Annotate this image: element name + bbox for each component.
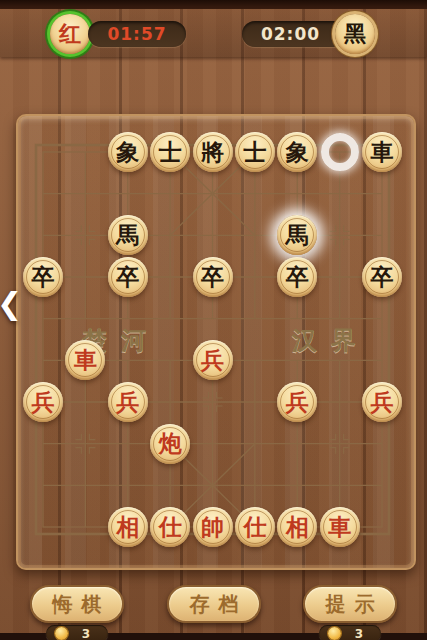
piece-glyph: 馬 — [286, 224, 309, 247]
piece-red-兵[interactable]: 兵 — [193, 340, 233, 380]
black-player-label: 黑 — [344, 19, 366, 49]
piece-red-炮[interactable]: 炮 — [150, 424, 190, 464]
action-bar: 悔棋 3 存档 提示 3 — [0, 578, 427, 638]
piece-black-將[interactable]: 將 — [193, 132, 233, 172]
piece-black-馬[interactable]: 馬 — [277, 215, 317, 255]
piece-glyph: 兵 — [32, 391, 55, 414]
hint-button-label: 提示 — [317, 591, 384, 618]
red-player-label: 红 — [59, 19, 81, 49]
collapse-arrow-icon[interactable]: ❮ — [0, 286, 22, 321]
piece-glyph: 將 — [201, 141, 224, 164]
piece-glyph: 車 — [371, 141, 394, 164]
save-button-label: 存档 — [181, 591, 248, 618]
piece-black-士[interactable]: 士 — [150, 132, 190, 172]
game-screen: 红 01:57 02:00 黑 — [0, 0, 427, 640]
piece-red-相[interactable]: 相 — [277, 507, 317, 547]
piece-glyph: 士 — [243, 141, 266, 164]
black-player-chip: 黑 — [335, 14, 375, 54]
undo-count-badge: 3 — [46, 625, 108, 640]
hint-count-badge: 3 — [319, 625, 381, 640]
piece-glyph: 相 — [286, 516, 309, 539]
piece-red-兵[interactable]: 兵 — [277, 382, 317, 422]
piece-glyph: 兵 — [286, 391, 309, 414]
piece-black-卒[interactable]: 卒 — [193, 257, 233, 297]
piece-red-車[interactable]: 車 — [65, 340, 105, 380]
piece-glyph: 卒 — [286, 266, 309, 289]
piece-black-卒[interactable]: 卒 — [277, 257, 317, 297]
save-button[interactable]: 存档 — [167, 585, 261, 623]
river-label-right: 汉界 — [264, 324, 384, 357]
undo-button[interactable]: 悔棋 3 — [30, 585, 124, 623]
red-timer: 01:57 — [88, 21, 186, 47]
piece-black-象[interactable]: 象 — [108, 132, 148, 172]
piece-red-車[interactable]: 車 — [320, 507, 360, 547]
piece-glyph: 象 — [116, 141, 139, 164]
piece-glyph: 卒 — [201, 266, 224, 289]
last-move-marker — [321, 133, 359, 171]
piece-glyph: 仕 — [159, 516, 182, 539]
hint-button[interactable]: 提示 3 — [303, 585, 397, 623]
piece-black-卒[interactable]: 卒 — [362, 257, 402, 297]
piece-red-兵[interactable]: 兵 — [23, 382, 63, 422]
piece-red-帥[interactable]: 帥 — [193, 507, 233, 547]
piece-glyph: 兵 — [371, 391, 394, 414]
piece-black-象[interactable]: 象 — [277, 132, 317, 172]
piece-red-兵[interactable]: 兵 — [362, 382, 402, 422]
piece-red-仕[interactable]: 仕 — [235, 507, 275, 547]
piece-glyph: 士 — [159, 141, 182, 164]
undo-count: 3 — [73, 627, 99, 640]
piece-glyph: 炮 — [159, 432, 182, 455]
top-strip — [0, 0, 427, 9]
piece-black-卒[interactable]: 卒 — [108, 257, 148, 297]
piece-glyph: 相 — [116, 516, 139, 539]
coin-icon — [328, 627, 341, 640]
coin-icon — [55, 627, 68, 640]
piece-glyph: 車 — [328, 516, 351, 539]
piece-glyph: 仕 — [243, 516, 266, 539]
piece-glyph: 帥 — [201, 516, 224, 539]
piece-glyph: 車 — [74, 349, 97, 372]
piece-black-卒[interactable]: 卒 — [23, 257, 63, 297]
red-player-chip: 红 — [50, 14, 90, 54]
piece-red-兵[interactable]: 兵 — [108, 382, 148, 422]
piece-glyph: 卒 — [116, 266, 139, 289]
undo-button-label: 悔棋 — [44, 591, 111, 618]
player-topbar: 红 01:57 02:00 黑 — [0, 9, 427, 57]
piece-glyph: 卒 — [32, 266, 55, 289]
hint-count: 3 — [346, 627, 372, 640]
piece-glyph: 馬 — [116, 224, 139, 247]
piece-black-馬[interactable]: 馬 — [108, 215, 148, 255]
piece-black-車[interactable]: 車 — [362, 132, 402, 172]
piece-red-相[interactable]: 相 — [108, 507, 148, 547]
piece-glyph: 卒 — [371, 266, 394, 289]
piece-black-士[interactable]: 士 — [235, 132, 275, 172]
piece-glyph: 兵 — [116, 391, 139, 414]
piece-glyph: 兵 — [201, 349, 224, 372]
piece-red-仕[interactable]: 仕 — [150, 507, 190, 547]
piece-glyph: 象 — [286, 141, 309, 164]
xiangqi-board[interactable]: 楚河 汉界 象士將士象車馬馬卒卒卒卒卒車兵兵兵兵兵炮相仕帥仕相車 — [16, 114, 416, 570]
